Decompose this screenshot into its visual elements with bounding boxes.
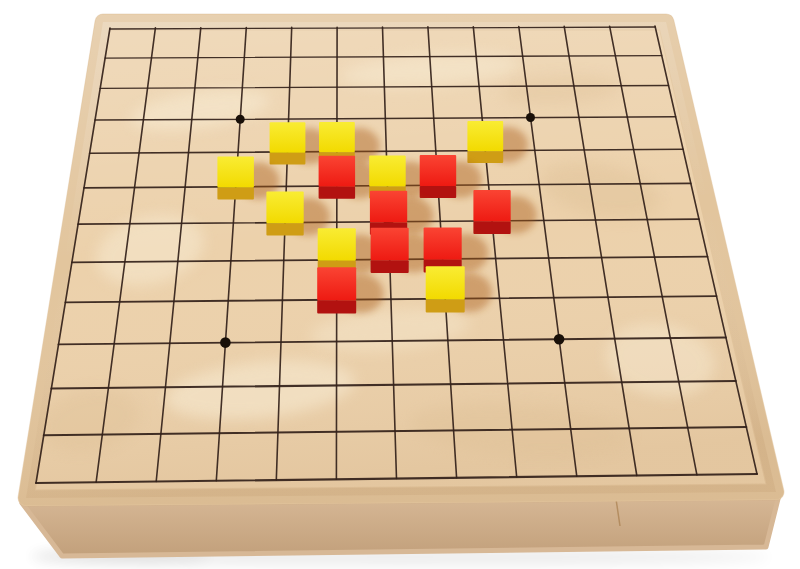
cube-top-face (473, 190, 510, 222)
cube-top-face (319, 156, 356, 187)
cube-top-face (424, 227, 462, 259)
cube-top-face (317, 267, 356, 300)
cube-front-face (467, 151, 503, 163)
board-render (0, 0, 800, 569)
cube-front-face (473, 222, 510, 234)
cube-front-face (371, 260, 409, 273)
cube-top-face (467, 121, 503, 151)
star-point (236, 115, 245, 124)
cube-top-face (217, 157, 254, 188)
board-scene (0, 0, 800, 569)
cube-front-face (319, 187, 356, 199)
cube-front-face (270, 153, 306, 165)
board-photo (0, 0, 800, 569)
cube-front-face (317, 301, 356, 314)
cube-top-face (318, 228, 356, 260)
cube-front-face (426, 300, 465, 313)
cube-top-face (426, 266, 465, 299)
cube-front-face (266, 223, 303, 235)
cube-top-face (266, 192, 303, 224)
cube-front-face (420, 186, 457, 198)
cube-front-face (217, 188, 254, 200)
cube-top-face (319, 122, 355, 152)
cube-top-face (371, 228, 409, 260)
cube-top-face (270, 122, 306, 152)
cube-top-face (370, 191, 407, 223)
star-point (220, 337, 231, 348)
cube-top-face (369, 155, 406, 186)
star-point (526, 113, 535, 122)
cube-top-face (420, 155, 457, 186)
star-point (554, 334, 565, 345)
